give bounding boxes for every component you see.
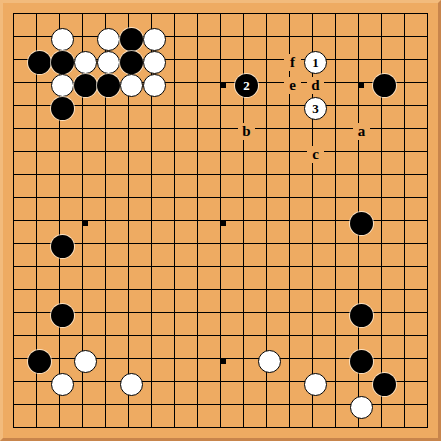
stone-white: [74, 51, 97, 74]
point-label-d: d: [307, 77, 324, 94]
move-number: 1: [312, 56, 319, 69]
star-point: [221, 359, 226, 364]
move-number: 3: [312, 102, 319, 115]
star-point: [221, 221, 226, 226]
stone-white: [51, 373, 74, 396]
stone-white: [350, 396, 373, 419]
stone-black: [28, 350, 51, 373]
stone-white: [74, 350, 97, 373]
stone-black: [51, 51, 74, 74]
stone-black: [97, 74, 120, 97]
star-point: [221, 83, 226, 88]
stone-white: [97, 28, 120, 51]
move-1-stone-white: 1: [304, 51, 327, 74]
board-surface: 123abcdef: [6, 6, 435, 435]
stone-black: [373, 74, 396, 97]
point-label-e: e: [284, 77, 301, 94]
stone-black: [120, 51, 143, 74]
stone-white: [51, 74, 74, 97]
stone-black: [350, 350, 373, 373]
stone-white: [258, 350, 281, 373]
move-3-stone-white: 3: [304, 97, 327, 120]
stone-black: [373, 373, 396, 396]
stone-black: [28, 51, 51, 74]
stone-white: [143, 74, 166, 97]
stone-black: [74, 74, 97, 97]
stone-black: [51, 97, 74, 120]
stone-black: [120, 28, 143, 51]
move-2-stone-black: 2: [235, 74, 258, 97]
point-label-b: b: [238, 123, 255, 140]
stone-black: [350, 212, 373, 235]
stone-black: [51, 235, 74, 258]
point-label-f: f: [284, 54, 301, 71]
stone-white: [51, 28, 74, 51]
stone-white: [120, 373, 143, 396]
star-point: [83, 221, 88, 226]
stone-black: [51, 304, 74, 327]
stone-black: [350, 304, 373, 327]
go-board: 123abcdef: [0, 0, 441, 441]
star-point: [359, 83, 364, 88]
move-number: 2: [243, 79, 250, 92]
point-label-a: a: [353, 123, 370, 140]
stone-white: [143, 51, 166, 74]
stone-white: [143, 28, 166, 51]
point-label-c: c: [307, 146, 324, 163]
stone-white: [304, 373, 327, 396]
stone-white: [120, 74, 143, 97]
stone-white: [97, 51, 120, 74]
